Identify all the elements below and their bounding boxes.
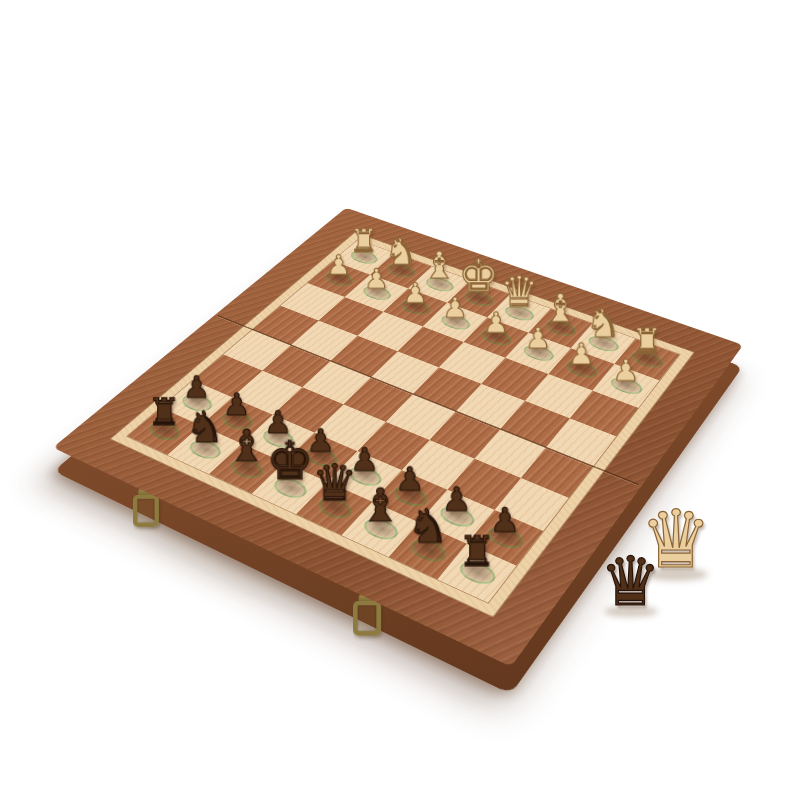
piece-white-pawn[interactable]: ♟ <box>472 309 520 338</box>
piece-white-pawn[interactable]: ♟ <box>601 356 651 386</box>
chess-set-scene: ♜♞♝♚♛♝♞♜♟♟♟♟♟♟♟♟♟♟♟♟♟♟♟♟♜♞♝♚♛♝♞♜ ♛ ♛ <box>0 0 800 800</box>
piece-white-pawn[interactable]: ♟ <box>514 324 562 353</box>
piece-white-pawn[interactable]: ♟ <box>557 340 606 369</box>
spare-black-queen[interactable]: ♛ <box>600 548 661 616</box>
square-e5[interactable] <box>343 377 413 422</box>
brass-clasp-right[interactable] <box>352 595 382 637</box>
brass-clasp-left[interactable] <box>132 489 160 528</box>
clasp-loop-icon <box>133 495 159 527</box>
square-a8[interactable]: ♜ <box>438 544 517 603</box>
piece-black-rook[interactable]: ♜ <box>448 531 506 572</box>
clasp-loop-icon <box>353 601 381 636</box>
